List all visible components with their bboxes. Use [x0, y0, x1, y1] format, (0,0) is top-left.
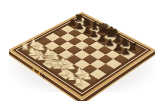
piece-black-pawn-h7[interactable]: ♟: [120, 48, 132, 56]
piece-black-pawn-c7[interactable]: ♟: [81, 27, 91, 35]
square-b5[interactable]: [60, 33, 75, 41]
square-b8[interactable]: ♞: [82, 21, 96, 29]
inlay-line: ♜♞♝♛♚♝♞♜♟♟♟♟♟♟♟♟♟♟♟♟♟♟♟♟♜♞♝♛♚♝♞♜: [16, 15, 149, 94]
chess-set-photo: ♜♞♝♛♚♝♞♜♟♟♟♟♟♟♟♟♟♟♟♟♟♟♟♟♜♞♝♛♚♝♞♜: [0, 0, 160, 101]
square-b7[interactable]: ♟: [75, 25, 89, 33]
square-a4[interactable]: [45, 33, 60, 41]
board-3d-wrapper: ♜♞♝♛♚♝♞♜♟♟♟♟♟♟♟♟♟♟♟♟♟♟♟♟♜♞♝♛♚♝♞♜: [30, 0, 134, 101]
square-d5[interactable]: [74, 41, 89, 50]
brass-clasp: [38, 71, 40, 75]
square-c4[interactable]: [59, 41, 74, 50]
piece-white-rook-h1[interactable]: ♜: [73, 77, 85, 86]
piece-black-bishop-c8[interactable]: ♝: [89, 21, 99, 31]
square-e6[interactable]: [90, 41, 105, 50]
square-d8[interactable]: ♛: [96, 29, 110, 37]
square-d6[interactable]: [82, 37, 97, 45]
square-a6[interactable]: [61, 25, 75, 33]
square-a5[interactable]: [53, 29, 67, 37]
piece-black-rook-a8[interactable]: ♜: [74, 14, 84, 22]
piece-black-pawn-d7[interactable]: ♟: [89, 31, 100, 39]
square-c7[interactable]: ♟: [82, 29, 96, 37]
piece-black-pawn-b7[interactable]: ♟: [74, 23, 84, 31]
chess-board: ♜♞♝♛♚♝♞♜♟♟♟♟♟♟♟♟♟♟♟♟♟♟♟♟♜♞♝♛♚♝♞♜: [8, 12, 155, 100]
square-a8[interactable]: ♜: [75, 18, 89, 25]
walnut-border: ♜♞♝♛♚♝♞♜♟♟♟♟♟♟♟♟♟♟♟♟♟♟♟♟♜♞♝♛♚♝♞♜: [13, 14, 152, 97]
brass-clasp: [33, 68, 35, 72]
front-edge-seam: [43, 73, 44, 79]
piece-black-knight-b8[interactable]: ♞: [81, 17, 91, 26]
square-b4[interactable]: [52, 37, 67, 45]
square-c8[interactable]: ♝: [89, 25, 103, 33]
piece-black-pawn-a7[interactable]: ♟: [67, 19, 77, 27]
board-grid: ♜♞♝♛♚♝♞♜♟♟♟♟♟♟♟♟♟♟♟♟♟♟♟♟♜♞♝♛♚♝♞♜: [21, 18, 143, 90]
square-d7[interactable]: ♟: [89, 33, 104, 41]
piece-black-queen-d8[interactable]: ♛: [96, 23, 107, 35]
square-c5[interactable]: [67, 37, 82, 45]
square-c6[interactable]: [75, 33, 90, 41]
square-a7[interactable]: ♟: [68, 21, 82, 29]
square-b6[interactable]: [68, 29, 82, 37]
